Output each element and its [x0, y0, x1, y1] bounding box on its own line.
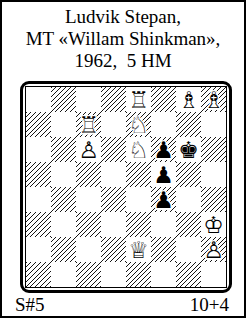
square-e1	[126, 262, 151, 287]
black-pawn-halo: ♟	[151, 137, 176, 162]
square-h8: ♝♗	[201, 87, 226, 112]
white-rook-halo: ♜	[126, 87, 151, 112]
white-knight-halo: ♞	[126, 112, 151, 137]
square-c5	[76, 162, 101, 187]
square-b7	[51, 112, 76, 137]
square-a8	[26, 87, 51, 112]
square-g5	[176, 162, 201, 187]
square-h5	[201, 162, 226, 187]
white-rook-halo: ♜	[76, 112, 101, 137]
stipulation-label: S#5	[15, 294, 45, 316]
square-b6	[51, 137, 76, 162]
square-e6: ♞♘	[126, 137, 151, 162]
square-a5	[26, 162, 51, 187]
black-pawn-halo: ♟	[151, 187, 176, 212]
author-name: Ludvik Stepan,	[2, 6, 244, 28]
problem-diagram-page: Ludvik Stepan, MT «Willam Shinkman», 196…	[0, 0, 246, 318]
diagram-footer: S#5 10+4	[2, 293, 244, 316]
square-d1	[101, 262, 126, 287]
square-h4	[201, 187, 226, 212]
black-pawn: ♟	[151, 187, 176, 212]
square-a2	[26, 237, 51, 262]
black-pawn: ♟	[151, 137, 176, 162]
square-h1	[201, 262, 226, 287]
square-e8: ♜♖	[126, 87, 151, 112]
square-e4	[126, 187, 151, 212]
problem-header: Ludvik Stepan, MT «Willam Shinkman», 196…	[2, 2, 244, 72]
chessboard: ♜♖♝♗♝♗♜♖♞♘♟♙♞♘♟♟♚♚♟♟♟♟♚♔♛♕♟♙	[26, 87, 226, 287]
square-d5	[101, 162, 126, 187]
white-queen: ♕	[126, 237, 151, 262]
square-h3: ♚♔	[201, 212, 226, 237]
square-e7: ♞♘	[126, 112, 151, 137]
white-knight: ♘	[126, 112, 151, 137]
square-c7: ♜♖	[76, 112, 101, 137]
material-count: 10+4	[190, 294, 229, 316]
white-pawn: ♙	[201, 237, 226, 262]
square-f3	[151, 212, 176, 237]
board-frame-outer: ♜♖♝♗♝♗♜♖♞♘♟♙♞♘♟♟♚♚♟♟♟♟♚♔♛♕♟♙	[20, 81, 232, 293]
white-pawn-halo: ♟	[76, 137, 101, 162]
white-knight: ♘	[126, 137, 151, 162]
square-c1	[76, 262, 101, 287]
square-g6: ♚♚	[176, 137, 201, 162]
white-rook: ♖	[76, 112, 101, 137]
year-and-award: 1962, 5 HM	[2, 50, 244, 72]
white-pawn: ♙	[76, 137, 101, 162]
black-king-halo: ♚	[176, 137, 201, 162]
square-d3	[101, 212, 126, 237]
black-king: ♚	[176, 137, 201, 162]
square-g3	[176, 212, 201, 237]
square-b1	[51, 262, 76, 287]
black-pawn-halo: ♟	[151, 162, 176, 187]
square-g2	[176, 237, 201, 262]
black-pawn: ♟	[151, 162, 176, 187]
square-d6	[101, 137, 126, 162]
square-d8	[101, 87, 126, 112]
white-bishop-halo: ♝	[176, 87, 201, 112]
square-g1	[176, 262, 201, 287]
square-c8	[76, 87, 101, 112]
tourney-name: MT «Willam Shinkman»,	[2, 28, 244, 50]
square-b5	[51, 162, 76, 187]
square-a7	[26, 112, 51, 137]
square-f6: ♟♟	[151, 137, 176, 162]
square-f7	[151, 112, 176, 137]
square-f8	[151, 87, 176, 112]
square-a4	[26, 187, 51, 212]
square-c6: ♟♙	[76, 137, 101, 162]
square-c2	[76, 237, 101, 262]
white-queen-halo: ♛	[126, 237, 151, 262]
square-d7	[101, 112, 126, 137]
square-c4	[76, 187, 101, 212]
square-f1	[151, 262, 176, 287]
square-d4	[101, 187, 126, 212]
square-f2	[151, 237, 176, 262]
square-b3	[51, 212, 76, 237]
square-b8	[51, 87, 76, 112]
white-bishop-halo: ♝	[201, 87, 226, 112]
white-rook: ♖	[126, 87, 151, 112]
board-frame-inner: ♜♖♝♗♝♗♜♖♞♘♟♙♞♘♟♟♚♚♟♟♟♟♚♔♛♕♟♙	[25, 86, 227, 288]
white-knight-halo: ♞	[126, 137, 151, 162]
white-pawn-halo: ♟	[201, 237, 226, 262]
square-g8: ♝♗	[176, 87, 201, 112]
white-bishop: ♗	[176, 87, 201, 112]
square-d2	[101, 237, 126, 262]
square-e5	[126, 162, 151, 187]
white-king-halo: ♚	[201, 212, 226, 237]
square-h7	[201, 112, 226, 137]
square-e2: ♛♕	[126, 237, 151, 262]
white-king: ♔	[201, 212, 226, 237]
square-b2	[51, 237, 76, 262]
square-a1	[26, 262, 51, 287]
square-b4	[51, 187, 76, 212]
square-g7	[176, 112, 201, 137]
square-e3	[126, 212, 151, 237]
square-c3	[76, 212, 101, 237]
square-a3	[26, 212, 51, 237]
square-h6	[201, 137, 226, 162]
square-g4	[176, 187, 201, 212]
square-a6	[26, 137, 51, 162]
white-bishop: ♗	[201, 87, 226, 112]
square-f5: ♟♟	[151, 162, 176, 187]
square-f4: ♟♟	[151, 187, 176, 212]
square-h2: ♟♙	[201, 237, 226, 262]
